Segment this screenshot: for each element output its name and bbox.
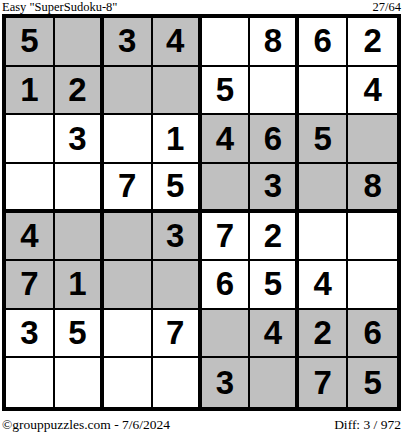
clue-counter: 27/64 <box>373 1 401 13</box>
sudoku-cell-r6c1[interactable]: 7 <box>6 261 55 310</box>
sudoku-cell-r1c7[interactable]: 6 <box>299 18 348 67</box>
sudoku-cell-r5c2[interactable] <box>55 213 104 262</box>
sudoku-cell-r6c5[interactable]: 6 <box>202 261 251 310</box>
sudoku-cell-r8c1[interactable] <box>6 358 55 407</box>
sudoku-cell-r2c8[interactable]: 4 <box>348 67 397 116</box>
header: Easy "SuperSudoku-8" 27/64 <box>0 0 403 14</box>
sudoku-cell-r3c6[interactable]: 6 <box>250 115 299 164</box>
sudoku-cell-r6c4[interactable] <box>153 261 202 310</box>
puzzle-page: Easy "SuperSudoku-8" 27/64 5348621254314… <box>0 0 403 437</box>
sudoku-cell-r6c6[interactable]: 5 <box>250 261 299 310</box>
sudoku-cell-r7c1[interactable]: 3 <box>6 310 55 359</box>
sudoku-cell-r7c7[interactable]: 2 <box>299 310 348 359</box>
sudoku-cell-r3c4[interactable]: 1 <box>153 115 202 164</box>
sudoku-cell-r4c6[interactable]: 3 <box>250 164 299 213</box>
sudoku-cell-r5c4[interactable]: 3 <box>153 213 202 262</box>
sudoku-cell-r7c6[interactable]: 4 <box>250 310 299 359</box>
sudoku-cell-r5c5[interactable]: 7 <box>202 213 251 262</box>
copyright-text: ©grouppuzzles.com - 7/6/2024 <box>2 418 170 432</box>
sudoku-cell-r2c7[interactable] <box>299 67 348 116</box>
sudoku-cell-r6c8[interactable] <box>348 261 397 310</box>
sudoku-cell-r8c8[interactable]: 5 <box>348 358 397 407</box>
sudoku-board: 5348621254314657538437271654357426375 <box>2 14 401 411</box>
sudoku-cell-r1c5[interactable] <box>202 18 251 67</box>
sudoku-cell-r3c3[interactable] <box>104 115 153 164</box>
sudoku-cell-r2c6[interactable] <box>250 67 299 116</box>
sudoku-cell-r2c1[interactable]: 1 <box>6 67 55 116</box>
sudoku-cell-r5c7[interactable] <box>299 213 348 262</box>
puzzle-title: Easy "SuperSudoku-8" <box>2 1 117 13</box>
sudoku-cell-r3c8[interactable] <box>348 115 397 164</box>
sudoku-cell-r5c6[interactable]: 2 <box>250 213 299 262</box>
sudoku-cell-r3c7[interactable]: 5 <box>299 115 348 164</box>
sudoku-cell-r2c3[interactable] <box>104 67 153 116</box>
sudoku-cell-r4c8[interactable]: 8 <box>348 164 397 213</box>
sudoku-cell-r3c1[interactable] <box>6 115 55 164</box>
sudoku-cell-r8c7[interactable]: 7 <box>299 358 348 407</box>
sudoku-cell-r6c2[interactable]: 1 <box>55 261 104 310</box>
sudoku-cell-r6c7[interactable]: 4 <box>299 261 348 310</box>
sudoku-cell-r8c6[interactable] <box>250 358 299 407</box>
sudoku-cell-r7c4[interactable]: 7 <box>153 310 202 359</box>
sudoku-cell-r6c3[interactable] <box>104 261 153 310</box>
sudoku-cell-r3c5[interactable]: 4 <box>202 115 251 164</box>
sudoku-cell-r7c8[interactable]: 6 <box>348 310 397 359</box>
sudoku-cell-r1c8[interactable]: 2 <box>348 18 397 67</box>
sudoku-cell-r5c3[interactable] <box>104 213 153 262</box>
sudoku-cell-r4c5[interactable] <box>202 164 251 213</box>
sudoku-cell-r1c6[interactable]: 8 <box>250 18 299 67</box>
sudoku-cell-r4c4[interactable]: 5 <box>153 164 202 213</box>
sudoku-cell-r8c3[interactable] <box>104 358 153 407</box>
sudoku-cell-r2c4[interactable] <box>153 67 202 116</box>
sudoku-cell-r4c1[interactable] <box>6 164 55 213</box>
sudoku-cell-r7c2[interactable]: 5 <box>55 310 104 359</box>
sudoku-cell-r4c3[interactable]: 7 <box>104 164 153 213</box>
sudoku-cell-r1c4[interactable]: 4 <box>153 18 202 67</box>
sudoku-cell-r2c2[interactable]: 2 <box>55 67 104 116</box>
sudoku-cell-r7c5[interactable] <box>202 310 251 359</box>
sudoku-cell-r1c2[interactable] <box>55 18 104 67</box>
sudoku-cell-r4c2[interactable] <box>55 164 104 213</box>
sudoku-cell-r5c1[interactable]: 4 <box>6 213 55 262</box>
sudoku-cell-r5c8[interactable] <box>348 213 397 262</box>
sudoku-cell-r8c5[interactable]: 3 <box>202 358 251 407</box>
difficulty-text: Diff: 3 / 972 <box>334 418 401 432</box>
sudoku-cell-r2c5[interactable]: 5 <box>202 67 251 116</box>
sudoku-cell-r1c1[interactable]: 5 <box>6 18 55 67</box>
footer: ©grouppuzzles.com - 7/6/2024 Diff: 3 / 9… <box>0 411 403 432</box>
sudoku-cell-r3c2[interactable]: 3 <box>55 115 104 164</box>
sudoku-cell-r1c3[interactable]: 3 <box>104 18 153 67</box>
sudoku-cell-r7c3[interactable] <box>104 310 153 359</box>
sudoku-cell-r4c7[interactable] <box>299 164 348 213</box>
sudoku-cell-r8c2[interactable] <box>55 358 104 407</box>
sudoku-cell-r8c4[interactable] <box>153 358 202 407</box>
